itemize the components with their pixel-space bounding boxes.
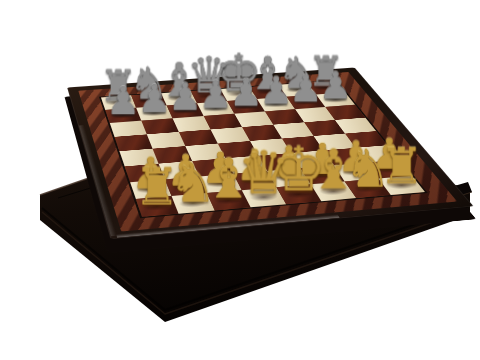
board-scene: ♜♞♝♛♚♝♞♜♟♟♟♟♟♟♟♟♟♟♟♟♟♟♟♟♜♞♝♛♚♝♞♜ xyxy=(0,0,480,360)
board-burl-border: ♜♞♝♛♚♝♞♜♟♟♟♟♟♟♟♟♟♟♟♟♟♟♟♟♜♞♝♛♚♝♞♜ xyxy=(78,72,457,232)
board-squares: ♜♞♝♛♚♝♞♜♟♟♟♟♟♟♟♟♟♟♟♟♟♟♟♟♜♞♝♛♚♝♞♜ xyxy=(101,81,425,217)
square-d6 xyxy=(204,114,242,130)
chess-board: ♜♞♝♛♚♝♞♜♟♟♟♟♟♟♟♟♟♟♟♟♟♟♟♟♜♞♝♛♚♝♞♜ xyxy=(67,68,473,239)
square-a1: ♜ xyxy=(136,196,179,217)
square-a6 xyxy=(110,121,147,137)
white-rook-piece: ♜ xyxy=(112,161,202,212)
black-pawn-piece: ♟ xyxy=(84,82,161,120)
chess-set-photo: ♜♞♝♛♚♝♞♜♟♟♟♟♟♟♟♟♟♟♟♟♟♟♟♟♜♞♝♛♚♝♞♜ xyxy=(0,0,480,360)
